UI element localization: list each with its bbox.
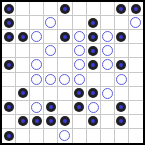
cell-r8c0[interactable]: [2, 115, 16, 129]
white-pearl: [31, 102, 42, 113]
black-pearl-center-dot: [119, 63, 123, 67]
cell-r8c3[interactable]: [44, 115, 58, 129]
white-pearl: [88, 102, 99, 113]
cell-r5c3[interactable]: [44, 73, 58, 87]
black-pearl: [4, 18, 14, 28]
cell-r0c2[interactable]: [30, 2, 44, 16]
cell-r6c0[interactable]: [2, 87, 16, 101]
black-pearl-center-dot: [49, 105, 53, 109]
cell-r9c3[interactable]: [44, 129, 58, 143]
cell-r9c5[interactable]: [73, 129, 87, 143]
cell-r9c9[interactable]: [129, 129, 143, 143]
white-pearl: [102, 31, 113, 42]
cell-r1c0[interactable]: [2, 16, 16, 30]
cell-r1c2[interactable]: [30, 16, 44, 30]
white-pearl: [74, 59, 85, 70]
cell-r9c7[interactable]: [101, 129, 115, 143]
cell-r7c9[interactable]: [129, 101, 143, 115]
black-pearl: [60, 32, 70, 42]
black-pearl-center-dot: [7, 35, 11, 39]
cell-r4c7[interactable]: [101, 58, 115, 72]
cell-r2c9[interactable]: [129, 30, 143, 44]
masyu-board: [0, 0, 145, 145]
black-pearl: [4, 4, 14, 14]
cell-r7c6[interactable]: [87, 101, 101, 115]
white-pearl: [102, 45, 113, 56]
white-pearl: [102, 88, 113, 99]
cell-r8c1[interactable]: [16, 115, 30, 129]
black-pearl: [18, 116, 28, 126]
cell-r0c9[interactable]: [129, 2, 143, 16]
black-pearl: [4, 60, 14, 70]
cell-r9c6[interactable]: [87, 129, 101, 143]
cell-r1c7[interactable]: [101, 16, 115, 30]
cell-r7c0[interactable]: [2, 101, 16, 115]
black-pearl-center-dot: [91, 91, 95, 95]
cell-r7c4[interactable]: [58, 101, 72, 115]
black-pearl-center-dot: [134, 7, 138, 11]
white-pearl: [31, 59, 42, 70]
cell-r6c5[interactable]: [73, 87, 87, 101]
cell-r1c9[interactable]: [129, 16, 143, 30]
cell-r5c8[interactable]: [115, 73, 129, 87]
black-pearl: [116, 4, 126, 14]
white-pearl: [102, 59, 113, 70]
black-pearl: [116, 116, 126, 126]
white-pearl: [130, 17, 141, 28]
cell-r3c1[interactable]: [16, 44, 30, 58]
cell-r8c2[interactable]: [30, 115, 44, 129]
white-pearl: [74, 31, 85, 42]
cell-r3c5[interactable]: [73, 44, 87, 58]
cell-r8c6[interactable]: [87, 115, 101, 129]
cell-r1c1[interactable]: [16, 16, 30, 30]
black-pearl-center-dot: [63, 119, 67, 123]
black-pearl-center-dot: [119, 7, 123, 11]
cell-r4c0[interactable]: [2, 58, 16, 72]
black-pearl-center-dot: [119, 105, 123, 109]
cell-r5c4[interactable]: [58, 73, 72, 87]
white-pearl: [59, 74, 70, 85]
black-pearl-center-dot: [91, 49, 95, 53]
black-pearl-center-dot: [91, 35, 95, 39]
cell-r5c1[interactable]: [16, 73, 30, 87]
white-pearl: [45, 74, 56, 85]
black-pearl-center-dot: [63, 7, 67, 11]
cell-r6c4[interactable]: [58, 87, 72, 101]
cell-r9c8[interactable]: [115, 129, 129, 143]
cell-r5c6[interactable]: [87, 73, 101, 87]
black-pearl-center-dot: [21, 91, 25, 95]
cell-r2c3[interactable]: [44, 30, 58, 44]
cell-r0c0[interactable]: [2, 2, 16, 16]
cell-r0c3[interactable]: [44, 2, 58, 16]
black-pearl: [74, 88, 84, 98]
cell-r3c3[interactable]: [44, 44, 58, 58]
cell-r7c7[interactable]: [101, 101, 115, 115]
cell-r2c6[interactable]: [87, 30, 101, 44]
black-pearl-center-dot: [119, 35, 123, 39]
cell-r3c6[interactable]: [87, 44, 101, 58]
cell-r3c4[interactable]: [58, 44, 72, 58]
cell-r1c8[interactable]: [115, 16, 129, 30]
black-pearl: [4, 102, 14, 112]
cell-r5c2[interactable]: [30, 73, 44, 87]
cell-r7c2[interactable]: [30, 101, 44, 115]
cell-r6c2[interactable]: [30, 87, 44, 101]
cell-r9c2[interactable]: [30, 129, 44, 143]
white-pearl: [74, 74, 85, 85]
cell-r1c4[interactable]: [58, 16, 72, 30]
black-pearl: [88, 60, 98, 70]
cell-r0c1[interactable]: [16, 2, 30, 16]
cell-r4c1[interactable]: [16, 58, 30, 72]
cell-r6c1[interactable]: [16, 87, 30, 101]
black-pearl-center-dot: [91, 21, 95, 25]
black-pearl-center-dot: [63, 35, 67, 39]
black-pearl: [88, 18, 98, 28]
black-pearl: [18, 88, 28, 98]
black-pearl-center-dot: [7, 21, 11, 25]
cell-r3c8[interactable]: [115, 44, 129, 58]
black-pearl-center-dot: [91, 63, 95, 67]
white-pearl: [116, 74, 127, 85]
black-pearl-center-dot: [7, 7, 11, 11]
cell-r4c2[interactable]: [30, 58, 44, 72]
black-pearl: [116, 32, 126, 42]
black-pearl: [88, 88, 98, 98]
cell-r5c9[interactable]: [129, 73, 143, 87]
cell-r8c4[interactable]: [58, 115, 72, 129]
cell-r4c3[interactable]: [44, 58, 58, 72]
black-pearl: [60, 116, 70, 126]
white-pearl: [45, 17, 56, 28]
cell-r1c5[interactable]: [73, 16, 87, 30]
cell-r9c1[interactable]: [16, 129, 30, 143]
black-pearl: [60, 4, 70, 14]
cell-r2c8[interactable]: [115, 30, 129, 44]
cell-r2c4[interactable]: [58, 30, 72, 44]
cell-r9c4[interactable]: [58, 129, 72, 143]
cell-r5c7[interactable]: [101, 73, 115, 87]
cell-r0c4[interactable]: [58, 2, 72, 16]
black-pearl-center-dot: [119, 119, 123, 123]
cell-r5c5[interactable]: [73, 73, 87, 87]
black-pearl: [131, 4, 141, 14]
white-pearl: [45, 45, 56, 56]
cell-r0c7[interactable]: [101, 2, 115, 16]
cell-r4c4[interactable]: [58, 58, 72, 72]
cell-r4c9[interactable]: [129, 58, 143, 72]
black-pearl: [74, 102, 84, 112]
black-pearl: [18, 32, 28, 42]
cell-r4c6[interactable]: [87, 58, 101, 72]
cell-r2c5[interactable]: [73, 30, 87, 44]
cell-r7c1[interactable]: [16, 101, 30, 115]
cell-r3c9[interactable]: [129, 44, 143, 58]
cell-r0c5[interactable]: [73, 2, 87, 16]
cell-r0c6[interactable]: [87, 2, 101, 16]
black-pearl-center-dot: [49, 119, 53, 123]
cell-r7c3[interactable]: [44, 101, 58, 115]
black-pearl-center-dot: [77, 105, 81, 109]
cell-r6c3[interactable]: [44, 87, 58, 101]
black-pearl-center-dot: [77, 91, 81, 95]
cell-r5c0[interactable]: [2, 73, 16, 87]
cell-r7c8[interactable]: [115, 101, 129, 115]
black-pearl: [32, 116, 42, 126]
black-pearl: [4, 131, 14, 141]
black-pearl: [116, 102, 126, 112]
black-pearl-center-dot: [7, 105, 11, 109]
cell-r3c0[interactable]: [2, 44, 16, 58]
cell-r2c7[interactable]: [101, 30, 115, 44]
white-pearl: [31, 74, 42, 85]
cell-r6c6[interactable]: [87, 87, 101, 101]
cell-r3c7[interactable]: [101, 44, 115, 58]
cell-r2c0[interactable]: [2, 30, 16, 44]
black-pearl-center-dot: [91, 119, 95, 123]
cell-r1c3[interactable]: [44, 16, 58, 30]
cell-r2c1[interactable]: [16, 30, 30, 44]
black-pearl-center-dot: [21, 119, 25, 123]
white-pearl: [31, 31, 42, 42]
black-pearl: [4, 32, 14, 42]
black-pearl-center-dot: [35, 119, 39, 123]
cell-r4c8[interactable]: [115, 58, 129, 72]
black-pearl-center-dot: [7, 134, 11, 138]
cell-r1c6[interactable]: [87, 16, 101, 30]
cell-r6c8[interactable]: [115, 87, 129, 101]
black-pearl: [88, 116, 98, 126]
cell-r8c9[interactable]: [129, 115, 143, 129]
black-pearl: [88, 46, 98, 56]
cell-r8c5[interactable]: [73, 115, 87, 129]
black-pearl: [46, 102, 56, 112]
cell-r9c0[interactable]: [2, 129, 16, 143]
cell-r4c5[interactable]: [73, 58, 87, 72]
black-pearl: [88, 32, 98, 42]
cell-r3c2[interactable]: [30, 44, 44, 58]
cell-r8c8[interactable]: [115, 115, 129, 129]
black-pearl-center-dot: [7, 63, 11, 67]
white-pearl: [59, 130, 70, 141]
cell-r6c9[interactable]: [129, 87, 143, 101]
puzzle-page: [0, 0, 150, 150]
cell-r7c5[interactable]: [73, 101, 87, 115]
white-pearl: [74, 45, 85, 56]
cell-r0c8[interactable]: [115, 2, 129, 16]
cell-r6c7[interactable]: [101, 87, 115, 101]
black-pearl: [116, 60, 126, 70]
black-pearl-center-dot: [21, 35, 25, 39]
black-pearl: [46, 116, 56, 126]
cell-r8c7[interactable]: [101, 115, 115, 129]
cell-r2c2[interactable]: [30, 30, 44, 44]
